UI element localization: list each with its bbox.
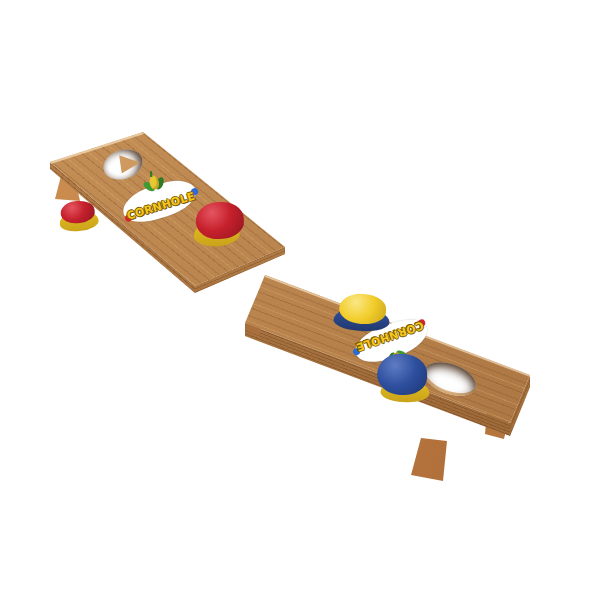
right-board-surface	[0, 0, 600, 600]
red-bag-on-left-board[interactable]	[194, 200, 246, 246]
bag-pom	[376, 353, 428, 396]
scene: CORNHOLE CORNHOLE	[0, 0, 600, 600]
yellow-bag-on-right-board[interactable]	[336, 293, 389, 331]
blue-bag-on-right-board[interactable]	[376, 353, 430, 402]
red-bag-on-ground[interactable]	[59, 199, 99, 232]
